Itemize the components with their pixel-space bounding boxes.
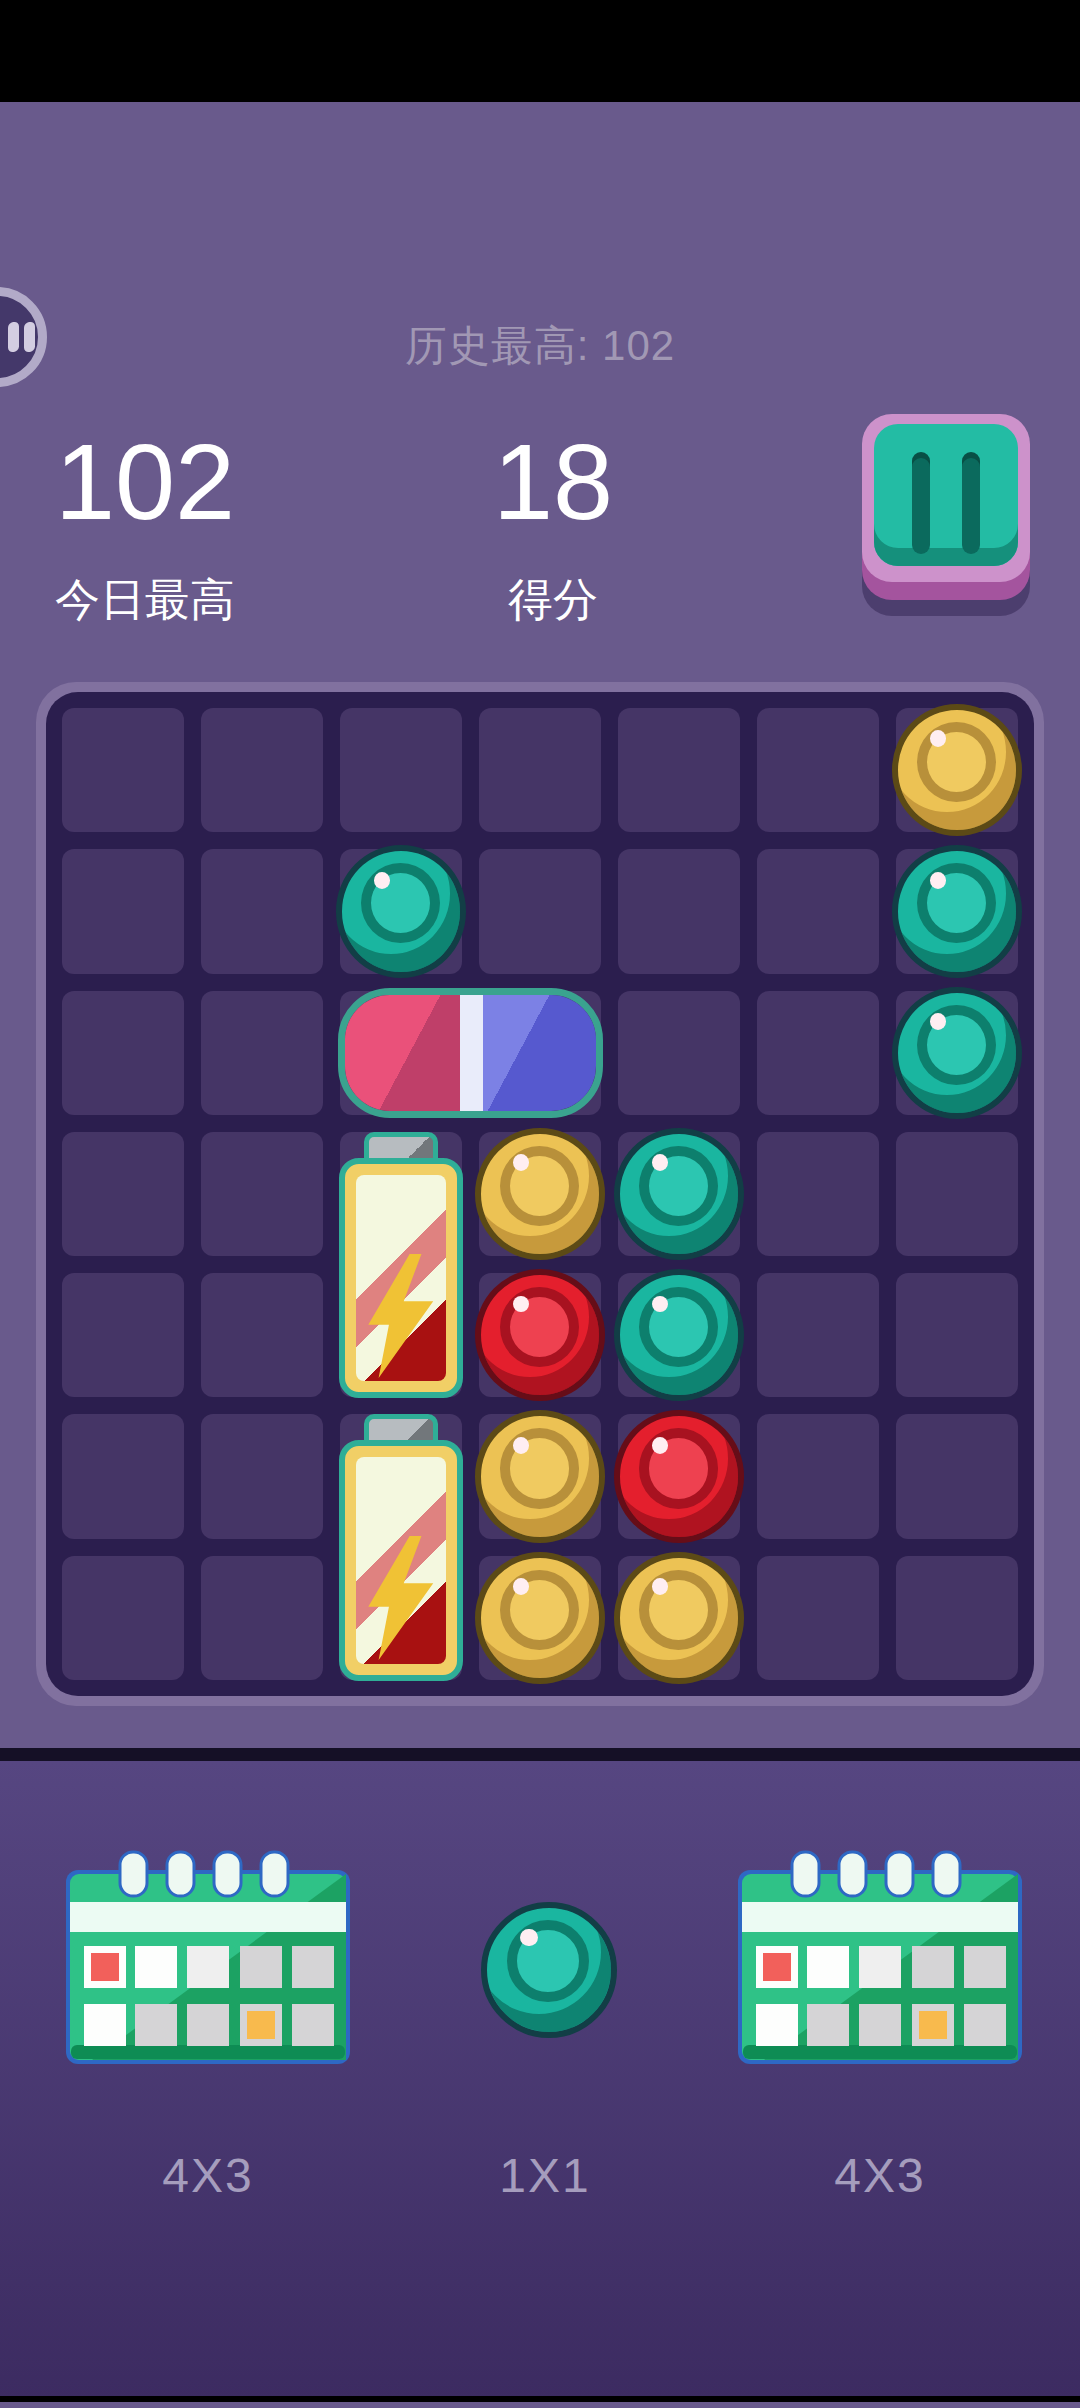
board-cell (340, 1273, 462, 1397)
calendar-4x3-icon (62, 1850, 354, 2068)
board-cell (896, 991, 1018, 1115)
board-cell (479, 1414, 601, 1538)
board-cell (618, 1132, 740, 1256)
game-screen: 历史最高: 102 102 今日最高 18 得分 (0, 0, 1080, 2408)
board-cell (896, 708, 1018, 832)
board-cell (340, 708, 462, 832)
tray-slot-size-label: 4X3 (58, 2148, 358, 2203)
board-cell (62, 991, 184, 1115)
board-cell (201, 1556, 323, 1680)
board-cell (757, 1556, 879, 1680)
board-cell (757, 1273, 879, 1397)
board-cell (618, 1414, 740, 1538)
status-bar (0, 0, 1080, 102)
today-best-block: 102 今日最高 (35, 428, 255, 630)
board-cell (340, 991, 462, 1115)
board-cell (340, 1132, 462, 1256)
board-cell (62, 1414, 184, 1538)
current-score-value: 18 (443, 428, 663, 536)
board-cell (201, 1414, 323, 1538)
tray-piece-calendar-right[interactable] (734, 1850, 1026, 2068)
tray-piece-calendar-left[interactable] (62, 1850, 354, 2068)
piece-tray: 4X3 1X1 4X3 (0, 1761, 1080, 2402)
board-cell (201, 991, 323, 1115)
board-cell (618, 991, 740, 1115)
board-cell (757, 991, 879, 1115)
bottom-edge (0, 2396, 1080, 2402)
board-cell (201, 708, 323, 832)
today-best-label: 今日最高 (35, 570, 255, 630)
board-cell (340, 1556, 462, 1680)
board-cell (62, 1556, 184, 1680)
current-score-label: 得分 (443, 570, 663, 630)
board-cell (757, 849, 879, 973)
tray-divider (0, 1748, 1080, 1761)
board-cell (340, 1414, 462, 1538)
board-cell (62, 1273, 184, 1397)
tray-slot-size-label: 1X1 (395, 2148, 695, 2203)
board-cell (201, 1273, 323, 1397)
board-cell (479, 1132, 601, 1256)
pause-button[interactable] (862, 414, 1030, 582)
tray-piece-button-1x1[interactable] (481, 1902, 617, 2038)
board-cell (201, 849, 323, 973)
board-cell (479, 849, 601, 973)
board-cell (896, 1414, 1018, 1538)
board-cell (479, 991, 601, 1115)
board-cell (62, 849, 184, 973)
calendar-4x3-icon (734, 1850, 1026, 2068)
board-cell (757, 708, 879, 832)
board-cell (618, 1273, 740, 1397)
board-grid (62, 708, 1018, 1680)
board-cell (896, 849, 1018, 973)
board-cell (340, 849, 462, 973)
board-cell (618, 1556, 740, 1680)
board-cell (757, 1414, 879, 1538)
board-cell (896, 1132, 1018, 1256)
board-cell (62, 1132, 184, 1256)
board-cell (479, 708, 601, 832)
board-cell (618, 708, 740, 832)
tray-slot-size-label: 4X3 (730, 2148, 1030, 2203)
board-cell (201, 1132, 323, 1256)
board-cell (479, 1273, 601, 1397)
game-board (36, 682, 1044, 1706)
today-best-value: 102 (35, 428, 255, 536)
record-text: 历史最高: 102 (0, 318, 1080, 374)
pause-icon (874, 424, 1018, 566)
board-cell (618, 849, 740, 973)
board-cell (896, 1273, 1018, 1397)
current-score-block: 18 得分 (443, 428, 663, 630)
board-cell (757, 1132, 879, 1256)
board-cell (62, 708, 184, 832)
board-cell (479, 1556, 601, 1680)
board-cell (896, 1556, 1018, 1680)
